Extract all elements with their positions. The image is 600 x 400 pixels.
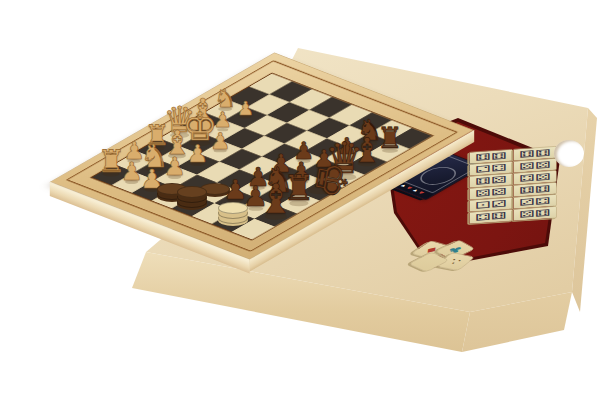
card-suit-pip: ♥ xyxy=(416,191,427,196)
dominoes-row: ⚅⚅⚅⚅⚁⚃⚄⚄⚅⚄⚃⚄⚄⚄⚅⚅⚀⚂⚂⚃⚃⚅⚄⚅ xyxy=(468,146,556,224)
finger-notch xyxy=(554,140,584,167)
product-photo-scene: ♠♥♠♥ ⚅⚅⚅⚅⚁⚃⚄⚄⚅⚄⚃⚄⚄⚄⚅⚅⚀⚂⚂⚃⚃⚅⚄⚅ ♦♣∵ ♞♟♝♟♛♚… xyxy=(0,0,600,400)
